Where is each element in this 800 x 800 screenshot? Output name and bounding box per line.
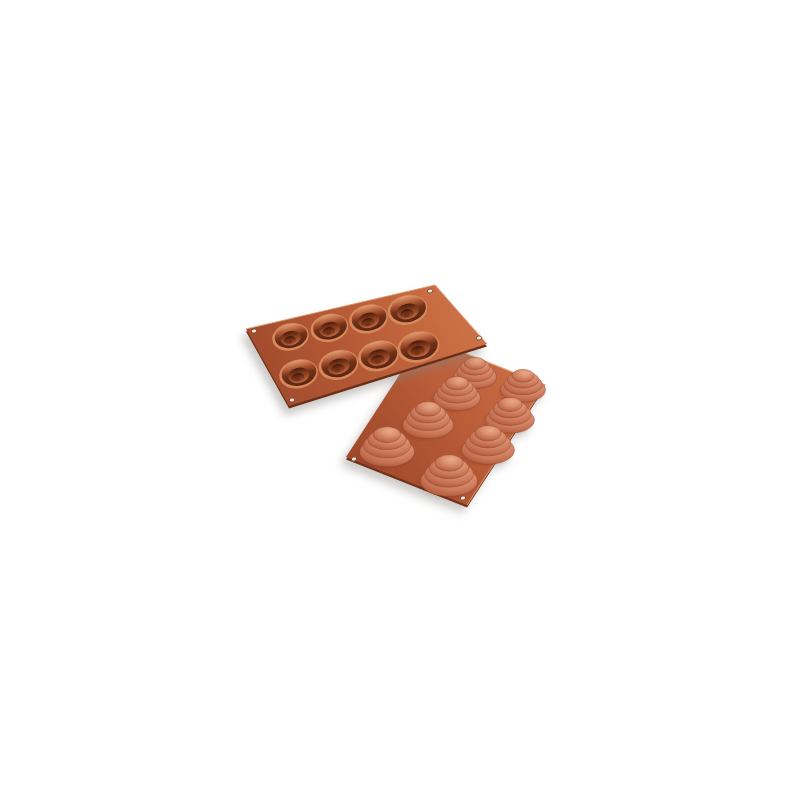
silicone-beehive-mold-photo	[0, 0, 800, 800]
dome-coil-tier	[498, 397, 523, 411]
dome-coil-tier	[445, 376, 469, 390]
product-photo	[0, 0, 800, 800]
dome-coil-tier	[464, 357, 486, 369]
dome-coil-tier	[512, 369, 535, 382]
dome-coil-tier	[435, 455, 464, 472]
dome-coil-tier	[373, 427, 401, 443]
dome-coil-tier	[415, 402, 441, 417]
dome-coil-tier	[475, 426, 502, 441]
